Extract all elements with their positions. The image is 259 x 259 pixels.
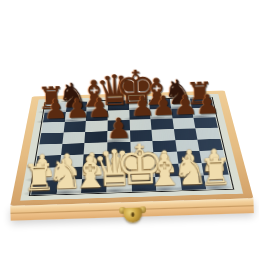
square-g4 <box>175 139 200 151</box>
black-king-e8: ♚ <box>115 64 157 111</box>
piece-shadow <box>164 105 193 110</box>
square-a8: ♜ <box>45 102 67 112</box>
piece-shadow <box>185 104 214 109</box>
square-g8: ♞ <box>170 98 192 108</box>
square-g7: ♟ <box>171 108 194 119</box>
square-f8: ♝ <box>149 99 171 109</box>
black-pawn-d5: ♟ <box>106 114 132 143</box>
square-b2: ♟ <box>58 167 83 181</box>
square-d5: ♟ <box>107 130 130 142</box>
square-b8: ♞ <box>66 102 88 112</box>
black-pawn-c7: ♟ <box>87 95 112 122</box>
square-b6 <box>63 121 86 132</box>
square-b1: ♞ <box>56 180 82 194</box>
product-photo: ♜♞♝♛♚♝♞♜♟♟♟♟♟♟♟♟♟♟♟♟♟♟♟♟♜♞♝♛♚♝♞♜ <box>0 0 259 259</box>
square-e8: ♚ <box>129 100 150 110</box>
piece-shadow <box>122 116 151 121</box>
square-e2: ♟ <box>131 164 156 178</box>
black-pawn-g7: ♟ <box>173 92 198 119</box>
piece-shadow <box>59 108 87 113</box>
square-c2: ♟ <box>82 166 107 180</box>
piece-shadow <box>57 118 86 123</box>
black-pawn-e7: ♟ <box>130 93 155 120</box>
square-c4 <box>84 142 107 154</box>
square-h5 <box>196 128 221 140</box>
piece-shadow <box>122 106 150 111</box>
square-b4 <box>61 143 85 155</box>
square-a2: ♟ <box>33 167 59 181</box>
square-c1: ♝ <box>81 179 106 193</box>
square-a3 <box>36 155 61 168</box>
square-a5 <box>39 133 63 145</box>
square-b5 <box>62 132 85 144</box>
brass-clasp <box>121 205 144 223</box>
piece-shadow <box>101 107 129 112</box>
square-a7: ♟ <box>43 112 66 123</box>
square-c5 <box>85 131 108 143</box>
chess-board: ♜♞♝♛♚♝♞♜♟♟♟♟♟♟♟♟♟♟♟♟♟♟♟♟♜♞♝♛♚♝♞♜ <box>10 90 253 206</box>
square-c6 <box>85 121 107 132</box>
square-e1: ♚ <box>131 177 157 191</box>
black-rook-a8: ♜ <box>37 82 66 114</box>
square-f6 <box>151 119 174 130</box>
piece-shadow <box>36 119 65 124</box>
square-h1: ♜ <box>204 175 231 189</box>
square-b3 <box>59 155 84 168</box>
piece-shadow <box>79 118 108 123</box>
square-a6 <box>41 122 64 133</box>
square-d8: ♛ <box>108 100 129 110</box>
clasp-keyhole <box>130 212 134 217</box>
square-f4 <box>152 140 176 152</box>
piece-shadow <box>38 109 67 114</box>
square-f7: ♟ <box>150 109 172 120</box>
black-bishop-c8: ♝ <box>77 75 111 112</box>
square-e6 <box>129 119 151 130</box>
box-front-edge <box>10 198 254 220</box>
square-f1: ♝ <box>155 176 181 190</box>
square-h2: ♟ <box>202 162 229 175</box>
piece-shadow <box>144 115 173 120</box>
black-queen-d8: ♛ <box>95 69 134 112</box>
square-h8: ♜ <box>190 98 213 108</box>
square-c8: ♝ <box>87 101 108 111</box>
square-d1: ♛ <box>106 178 131 192</box>
black-pawn-h7: ♟ <box>195 91 220 118</box>
square-d6 <box>107 120 129 131</box>
square-c7: ♟ <box>86 111 108 122</box>
square-g2: ♟ <box>178 163 204 177</box>
square-e4 <box>130 141 154 153</box>
square-g1: ♞ <box>180 176 207 190</box>
square-b7: ♟ <box>65 111 87 122</box>
board-grid: ♜♞♝♛♚♝♞♜♟♟♟♟♟♟♟♟♟♟♟♟♟♟♟♟♜♞♝♛♚♝♞♜ <box>31 98 232 195</box>
square-g5 <box>174 128 198 140</box>
square-a4 <box>38 144 63 156</box>
square-d4 <box>107 141 130 153</box>
square-h6 <box>194 117 218 128</box>
square-d7 <box>108 110 130 121</box>
scene-tilt: ♜♞♝♛♚♝♞♜♟♟♟♟♟♟♟♟♟♟♟♟♟♟♟♟♜♞♝♛♚♝♞♜ <box>0 0 259 259</box>
square-e5 <box>130 130 153 142</box>
black-pawn-b7: ♟ <box>65 95 90 122</box>
square-h7: ♟ <box>192 107 215 118</box>
black-knight-g8: ♞ <box>163 75 194 110</box>
piece-shadow <box>80 108 108 113</box>
piece-shadow <box>186 114 215 119</box>
square-g6 <box>172 118 195 129</box>
square-d2: ♟ <box>107 165 131 179</box>
piece-shadow <box>143 106 171 111</box>
black-knight-b8: ♞ <box>57 79 88 114</box>
square-f5 <box>152 129 176 141</box>
piece-shadow <box>165 115 194 120</box>
black-pawn-a7: ♟ <box>44 96 69 123</box>
square-f3 <box>153 152 178 165</box>
square-h4 <box>198 139 223 151</box>
square-f2: ♟ <box>154 164 179 178</box>
black-bishop-f8: ♝ <box>140 73 174 110</box>
black-rook-h8: ♜ <box>185 77 214 109</box>
black-pawn-f7: ♟ <box>152 93 177 120</box>
square-a1: ♜ <box>31 180 58 194</box>
square-e7: ♟ <box>129 109 151 120</box>
